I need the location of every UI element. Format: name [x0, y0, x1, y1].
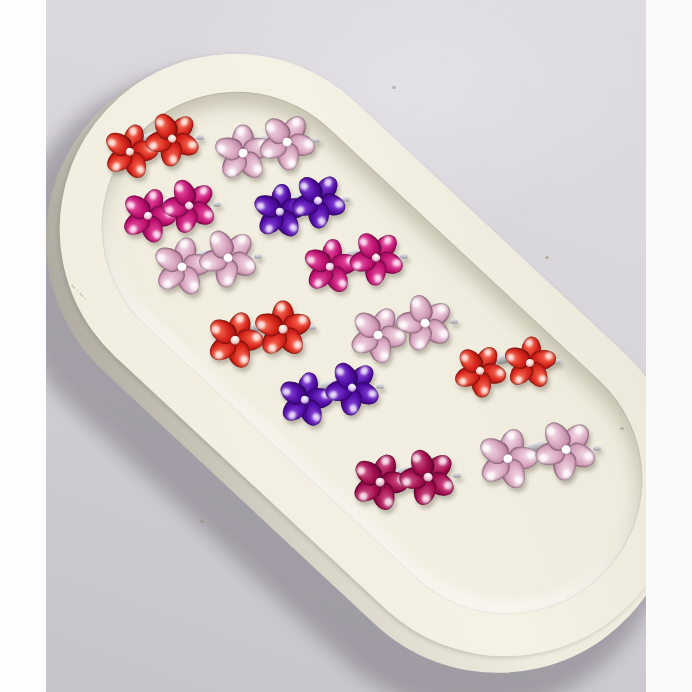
gem-pairs-layer — [0, 0, 692, 692]
flower-gem-pink — [525, 409, 607, 491]
right-border-strip — [646, 0, 692, 692]
left-border-strip — [0, 0, 46, 692]
product-photo: ~·~· — [0, 0, 692, 692]
gem-flower-pair-pink — [0, 0, 692, 692]
